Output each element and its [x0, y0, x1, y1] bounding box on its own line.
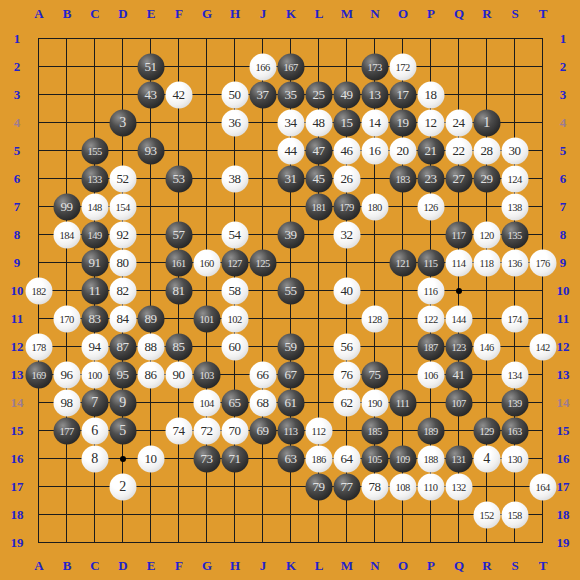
stone-q13-black-41: 41	[445, 361, 472, 388]
move-number: 126	[423, 201, 437, 212]
row-label-left-7: 7	[3, 199, 31, 215]
stone-e5-black-93: 93	[137, 137, 164, 164]
row-label-left-4: 4	[3, 115, 31, 131]
row-label-right-18: 18	[549, 507, 577, 523]
move-number: 69	[257, 423, 269, 439]
move-number: 180	[367, 201, 381, 212]
stone-k5-white-44: 44	[277, 137, 304, 164]
stone-l16-white-186: 186	[305, 445, 332, 472]
stone-g15-white-72: 72	[193, 417, 220, 444]
stone-d14-black-9: 9	[109, 389, 136, 416]
move-number: 134	[507, 369, 521, 380]
stone-o4-black-19: 19	[389, 109, 416, 136]
stone-l3-black-25: 25	[305, 81, 332, 108]
stone-o14-black-111: 111	[389, 389, 416, 416]
stone-s9-white-136: 136	[501, 249, 528, 276]
stone-c10-black-11: 11	[81, 277, 108, 304]
move-number: 173	[367, 61, 381, 72]
move-number: 81	[173, 283, 185, 299]
move-number: 167	[283, 61, 297, 72]
move-number: 144	[451, 313, 465, 324]
stone-h10-white-58: 58	[221, 277, 248, 304]
stone-s8-black-135: 135	[501, 221, 528, 248]
move-number: 20	[397, 143, 409, 159]
move-number: 65	[229, 395, 241, 411]
move-number: 176	[535, 257, 549, 268]
row-label-left-8: 8	[3, 227, 31, 243]
col-label-top-e: E	[137, 6, 165, 22]
move-number: 112	[312, 425, 326, 436]
stone-c8-black-149: 149	[81, 221, 108, 248]
row-label-right-5: 5	[549, 143, 577, 159]
move-number: 113	[284, 425, 298, 436]
move-number: 5	[119, 423, 126, 439]
move-number: 14	[369, 115, 381, 131]
move-number: 48	[313, 115, 325, 131]
stone-o9-black-121: 121	[389, 249, 416, 276]
move-number: 18	[425, 87, 437, 103]
stone-d8-white-92: 92	[109, 221, 136, 248]
stone-d6-white-52: 52	[109, 165, 136, 192]
stone-f12-black-85: 85	[165, 333, 192, 360]
stone-o3-black-17: 17	[389, 81, 416, 108]
stone-j14-white-68: 68	[249, 389, 276, 416]
move-number: 160	[199, 257, 213, 268]
move-number: 88	[145, 339, 157, 355]
row-label-left-17: 17	[3, 479, 31, 495]
move-number: 116	[424, 285, 438, 296]
move-number: 120	[479, 229, 493, 240]
stone-s15-black-163: 163	[501, 417, 528, 444]
move-number: 158	[507, 509, 521, 520]
stone-m16-white-64: 64	[333, 445, 360, 472]
stone-m4-black-15: 15	[333, 109, 360, 136]
move-number: 99	[61, 199, 73, 215]
move-number: 90	[173, 367, 185, 383]
move-number: 138	[507, 201, 521, 212]
move-number: 56	[341, 339, 353, 355]
col-label-bottom-a: A	[25, 558, 53, 574]
col-label-top-k: K	[277, 6, 305, 22]
move-number: 121	[395, 257, 409, 268]
stone-g13-black-103: 103	[193, 361, 220, 388]
stone-n17-white-78: 78	[361, 473, 388, 500]
row-label-right-1: 1	[549, 31, 577, 47]
stone-k16-black-63: 63	[277, 445, 304, 472]
move-number: 68	[257, 395, 269, 411]
move-number: 187	[423, 341, 437, 352]
row-label-left-16: 16	[3, 451, 31, 467]
stone-l6-black-45: 45	[305, 165, 332, 192]
col-label-top-c: C	[81, 6, 109, 22]
move-number: 10	[145, 451, 157, 467]
move-number: 17	[397, 87, 409, 103]
col-label-top-b: B	[53, 6, 81, 22]
move-number: 61	[285, 395, 297, 411]
col-label-bottom-k: K	[277, 558, 305, 574]
row-label-right-4: 4	[549, 115, 577, 131]
stone-q14-black-107: 107	[445, 389, 472, 416]
stone-r8-white-120: 120	[473, 221, 500, 248]
move-number: 96	[61, 367, 73, 383]
move-number: 177	[59, 425, 73, 436]
move-number: 7	[91, 395, 98, 411]
stone-l17-black-79: 79	[305, 473, 332, 500]
col-label-top-q: Q	[445, 6, 473, 22]
col-label-bottom-h: H	[221, 558, 249, 574]
move-number: 24	[453, 115, 465, 131]
stone-r16-white-4: 4	[473, 445, 500, 472]
move-number: 184	[59, 229, 73, 240]
move-number: 62	[341, 395, 353, 411]
move-number: 58	[229, 283, 241, 299]
move-number: 19	[397, 115, 409, 131]
move-number: 136	[507, 257, 521, 268]
stone-l7-black-181: 181	[305, 193, 332, 220]
stone-s11-white-174: 174	[501, 305, 528, 332]
col-label-top-s: S	[501, 6, 529, 22]
col-label-bottom-f: F	[165, 558, 193, 574]
move-number: 109	[395, 453, 409, 464]
stone-m12-white-56: 56	[333, 333, 360, 360]
move-number: 77	[341, 479, 353, 495]
star-point-d16	[120, 456, 126, 462]
move-number: 92	[117, 227, 129, 243]
stone-h12-white-60: 60	[221, 333, 248, 360]
row-label-right-14: 14	[549, 395, 577, 411]
stone-f9-black-161: 161	[165, 249, 192, 276]
stone-h11-white-102: 102	[221, 305, 248, 332]
stone-o6-black-183: 183	[389, 165, 416, 192]
move-number: 188	[423, 453, 437, 464]
move-number: 115	[424, 257, 438, 268]
move-number: 95	[117, 367, 129, 383]
col-label-bottom-s: S	[501, 558, 529, 574]
stone-k12-black-59: 59	[277, 333, 304, 360]
stone-s7-white-138: 138	[501, 193, 528, 220]
stone-g11-black-101: 101	[193, 305, 220, 332]
move-number: 26	[341, 171, 353, 187]
stone-f13-white-90: 90	[165, 361, 192, 388]
stone-n7-white-180: 180	[361, 193, 388, 220]
stone-p7-white-126: 126	[417, 193, 444, 220]
stone-p15-black-189: 189	[417, 417, 444, 444]
move-number: 186	[311, 453, 325, 464]
col-label-bottom-j: J	[249, 558, 277, 574]
move-number: 74	[173, 423, 185, 439]
stone-j2-white-166: 166	[249, 53, 276, 80]
stone-h15-white-70: 70	[221, 417, 248, 444]
move-number: 100	[87, 369, 101, 380]
move-number: 86	[145, 367, 157, 383]
stone-s14-black-139: 139	[501, 389, 528, 416]
stone-m6-white-26: 26	[333, 165, 360, 192]
stone-n13-black-75: 75	[361, 361, 388, 388]
move-number: 127	[227, 257, 241, 268]
move-number: 3	[119, 115, 126, 131]
stone-r5-white-28: 28	[473, 137, 500, 164]
move-number: 32	[341, 227, 353, 243]
move-number: 55	[285, 283, 297, 299]
move-number: 122	[423, 313, 437, 324]
stone-b14-white-98: 98	[53, 389, 80, 416]
stone-k10-black-55: 55	[277, 277, 304, 304]
stone-o2-white-172: 172	[389, 53, 416, 80]
move-number: 189	[423, 425, 437, 436]
stone-l4-white-48: 48	[305, 109, 332, 136]
move-number: 23	[425, 171, 437, 187]
move-number: 80	[117, 255, 129, 271]
move-number: 43	[145, 87, 157, 103]
stone-c7-white-148: 148	[81, 193, 108, 220]
move-number: 174	[507, 313, 521, 324]
col-label-bottom-r: R	[473, 558, 501, 574]
stone-m8-white-32: 32	[333, 221, 360, 248]
move-number: 110	[424, 481, 438, 492]
stone-r9-white-118: 118	[473, 249, 500, 276]
stone-d11-white-84: 84	[109, 305, 136, 332]
stone-q11-white-144: 144	[445, 305, 472, 332]
stone-p6-black-23: 23	[417, 165, 444, 192]
move-number: 164	[535, 481, 549, 492]
star-point-q10	[456, 288, 462, 294]
stone-f10-black-81: 81	[165, 277, 192, 304]
stone-d15-black-5: 5	[109, 417, 136, 444]
stone-k3-black-35: 35	[277, 81, 304, 108]
stone-m13-white-76: 76	[333, 361, 360, 388]
stone-q4-white-24: 24	[445, 109, 472, 136]
move-number: 106	[423, 369, 437, 380]
move-number: 149	[87, 229, 101, 240]
move-number: 12	[425, 115, 437, 131]
col-label-top-f: F	[165, 6, 193, 22]
stone-e2-black-51: 51	[137, 53, 164, 80]
stone-p16-white-188: 188	[417, 445, 444, 472]
stone-r4-black-1: 1	[473, 109, 500, 136]
move-number: 63	[285, 451, 297, 467]
stone-c16-white-8: 8	[81, 445, 108, 472]
stone-d9-white-80: 80	[109, 249, 136, 276]
move-number: 124	[507, 173, 521, 184]
stone-e11-black-89: 89	[137, 305, 164, 332]
move-number: 85	[173, 339, 185, 355]
col-label-top-l: L	[305, 6, 333, 22]
move-number: 71	[229, 451, 241, 467]
stone-h8-white-54: 54	[221, 221, 248, 248]
move-number: 169	[31, 369, 45, 380]
stone-m17-black-77: 77	[333, 473, 360, 500]
row-label-right-3: 3	[549, 87, 577, 103]
col-label-bottom-q: Q	[445, 558, 473, 574]
stone-m7-black-179: 179	[333, 193, 360, 220]
row-label-left-11: 11	[3, 311, 31, 327]
move-number: 181	[311, 201, 325, 212]
move-number: 104	[199, 397, 213, 408]
move-number: 128	[367, 313, 381, 324]
stone-n16-black-105: 105	[361, 445, 388, 472]
move-number: 111	[396, 397, 409, 408]
row-label-right-16: 16	[549, 451, 577, 467]
move-number: 75	[369, 367, 381, 383]
move-number: 60	[229, 339, 241, 355]
move-number: 94	[89, 339, 101, 355]
row-label-right-2: 2	[549, 59, 577, 75]
stone-s5-white-30: 30	[501, 137, 528, 164]
row-label-left-6: 6	[3, 171, 31, 187]
stone-j9-black-125: 125	[249, 249, 276, 276]
col-label-top-p: P	[417, 6, 445, 22]
stone-c11-black-83: 83	[81, 305, 108, 332]
move-number: 123	[451, 341, 465, 352]
move-number: 16	[369, 143, 381, 159]
stone-o16-black-109: 109	[389, 445, 416, 472]
stone-d7-white-154: 154	[109, 193, 136, 220]
stone-a12-white-178: 178	[25, 333, 52, 360]
stone-c5-black-155: 155	[81, 137, 108, 164]
move-number: 129	[479, 425, 493, 436]
stone-t9-white-176: 176	[529, 249, 556, 276]
col-label-bottom-l: L	[305, 558, 333, 574]
stone-p4-white-12: 12	[417, 109, 444, 136]
col-label-bottom-o: O	[389, 558, 417, 574]
move-number: 79	[313, 479, 325, 495]
stone-s6-white-124: 124	[501, 165, 528, 192]
stone-o5-white-20: 20	[389, 137, 416, 164]
stone-e16-white-10: 10	[137, 445, 164, 472]
move-number: 161	[171, 257, 185, 268]
stone-e13-white-86: 86	[137, 361, 164, 388]
stone-d17-white-2: 2	[109, 473, 136, 500]
col-label-top-g: G	[193, 6, 221, 22]
move-number: 148	[87, 201, 101, 212]
move-number: 35	[285, 87, 297, 103]
move-number: 45	[313, 171, 325, 187]
stone-c6-black-133: 133	[81, 165, 108, 192]
stone-q5-white-22: 22	[445, 137, 472, 164]
stone-q16-black-131: 131	[445, 445, 472, 472]
stone-r15-black-129: 129	[473, 417, 500, 444]
stone-o17-white-108: 108	[389, 473, 416, 500]
stone-k8-black-39: 39	[277, 221, 304, 248]
row-label-right-8: 8	[549, 227, 577, 243]
move-number: 31	[285, 171, 297, 187]
col-label-bottom-c: C	[81, 558, 109, 574]
col-label-bottom-b: B	[53, 558, 81, 574]
col-label-bottom-d: D	[109, 558, 137, 574]
move-number: 52	[117, 171, 129, 187]
stone-c14-black-7: 7	[81, 389, 108, 416]
move-number: 73	[201, 451, 213, 467]
move-number: 117	[452, 229, 466, 240]
move-number: 57	[173, 227, 185, 243]
move-number: 40	[341, 283, 353, 299]
stone-d12-black-87: 87	[109, 333, 136, 360]
stone-n3-black-13: 13	[361, 81, 388, 108]
stone-q9-white-114: 114	[445, 249, 472, 276]
stone-b15-black-177: 177	[53, 417, 80, 444]
stone-c15-white-6: 6	[81, 417, 108, 444]
move-number: 4	[483, 451, 490, 467]
stone-q12-black-123: 123	[445, 333, 472, 360]
col-label-bottom-e: E	[137, 558, 165, 574]
move-number: 66	[257, 367, 269, 383]
move-number: 42	[173, 87, 185, 103]
move-number: 93	[145, 143, 157, 159]
move-number: 130	[507, 453, 521, 464]
move-number: 190	[367, 397, 381, 408]
stone-q8-black-117: 117	[445, 221, 472, 248]
stone-n5-white-16: 16	[361, 137, 388, 164]
move-number: 70	[229, 423, 241, 439]
row-label-right-10: 10	[549, 283, 577, 299]
row-label-right-15: 15	[549, 423, 577, 439]
move-number: 135	[507, 229, 521, 240]
stone-g16-black-73: 73	[193, 445, 220, 472]
stone-k14-black-61: 61	[277, 389, 304, 416]
row-label-right-11: 11	[549, 311, 577, 327]
stone-f8-black-57: 57	[165, 221, 192, 248]
stone-n14-white-190: 190	[361, 389, 388, 416]
move-number: 54	[229, 227, 241, 243]
stone-q17-white-132: 132	[445, 473, 472, 500]
move-number: 29	[481, 171, 493, 187]
move-number: 51	[145, 59, 157, 75]
go-board[interactable]: AABBCCDDEEFFGGHHJJKKLLMMNNOOPPQQRRSSTT11…	[0, 0, 580, 580]
stone-t12-white-142: 142	[529, 333, 556, 360]
stone-r6-black-29: 29	[473, 165, 500, 192]
col-label-bottom-g: G	[193, 558, 221, 574]
move-number: 46	[341, 143, 353, 159]
move-number: 142	[535, 341, 549, 352]
move-number: 36	[229, 115, 241, 131]
move-number: 84	[117, 311, 129, 327]
stone-n2-black-173: 173	[361, 53, 388, 80]
move-number: 1	[483, 115, 490, 131]
move-number: 27	[453, 171, 465, 187]
stone-n11-white-128: 128	[361, 305, 388, 332]
move-number: 114	[452, 257, 466, 268]
stone-h9-black-127: 127	[221, 249, 248, 276]
move-number: 172	[395, 61, 409, 72]
stone-j13-white-66: 66	[249, 361, 276, 388]
row-label-left-18: 18	[3, 507, 31, 523]
stone-k4-white-34: 34	[277, 109, 304, 136]
stone-b7-black-99: 99	[53, 193, 80, 220]
stone-c9-black-91: 91	[81, 249, 108, 276]
move-number: 102	[227, 313, 241, 324]
move-number: 78	[369, 479, 381, 495]
stone-f6-black-53: 53	[165, 165, 192, 192]
col-label-top-d: D	[109, 6, 137, 22]
stone-d4-black-3: 3	[109, 109, 136, 136]
move-number: 163	[507, 425, 521, 436]
move-number: 83	[89, 311, 101, 327]
stone-g9-white-160: 160	[193, 249, 220, 276]
stone-s13-white-134: 134	[501, 361, 528, 388]
stone-k15-black-113: 113	[277, 417, 304, 444]
move-number: 98	[61, 395, 73, 411]
move-number: 103	[199, 369, 213, 380]
move-number: 132	[451, 481, 465, 492]
move-number: 155	[87, 145, 101, 156]
stone-p12-black-187: 187	[417, 333, 444, 360]
row-label-left-15: 15	[3, 423, 31, 439]
row-label-left-9: 9	[3, 255, 31, 271]
move-number: 185	[367, 425, 381, 436]
stone-d13-black-95: 95	[109, 361, 136, 388]
move-number: 118	[480, 257, 494, 268]
stone-d10-white-82: 82	[109, 277, 136, 304]
